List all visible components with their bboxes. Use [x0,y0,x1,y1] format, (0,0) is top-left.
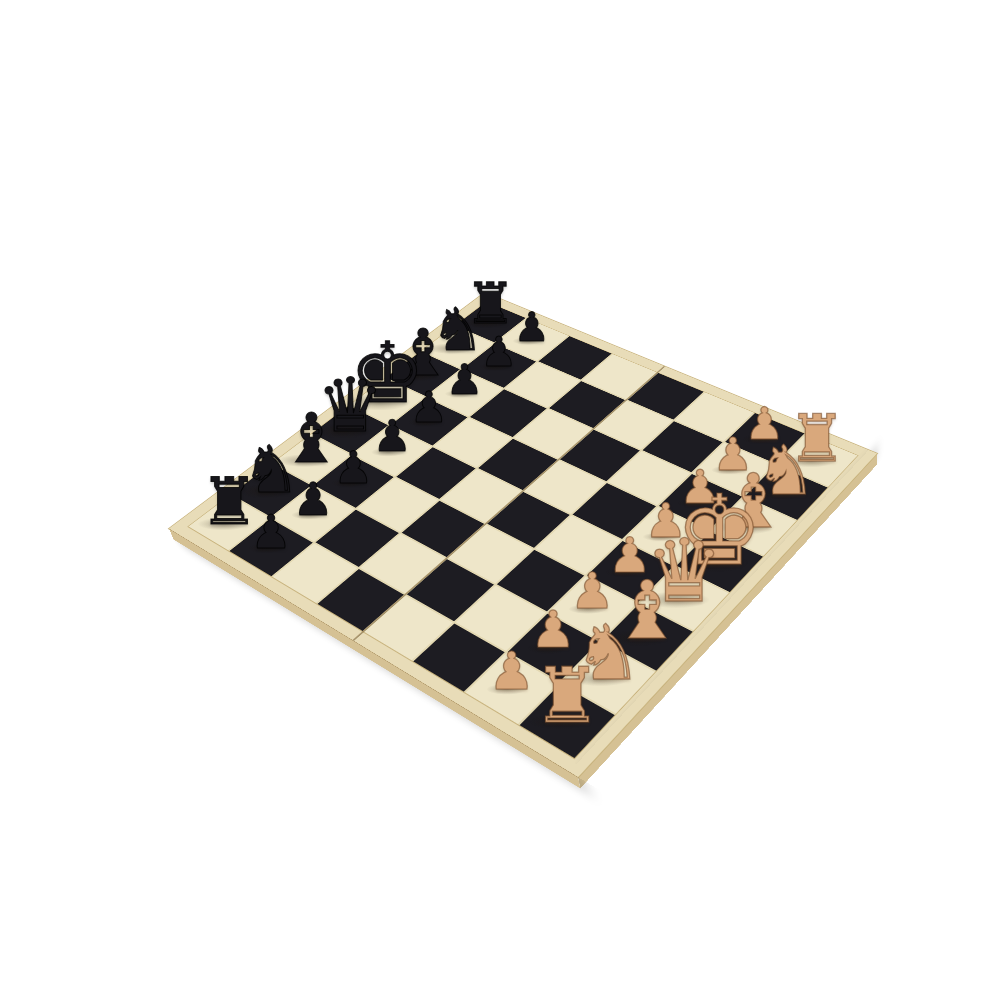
chess-board [169,293,877,778]
board-grid [189,302,858,758]
product-photo-scene: ♜♞♝♛♚♝♞♜♟♟♟♟♟♟♟♟♟♟♟♟♟♟♟♟♜♞♝♛♚♝♞♜ [0,0,1000,1000]
